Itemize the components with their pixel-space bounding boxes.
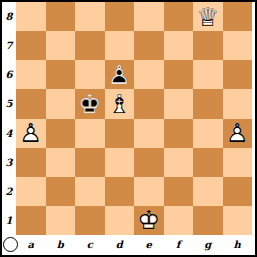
square-c3[interactable] bbox=[75, 148, 105, 177]
chess-board[interactable]: ♛♕♟♙♚♔♝♗♟♙♟♙♚♔ bbox=[16, 2, 252, 235]
square-h5[interactable] bbox=[223, 89, 253, 118]
square-f1[interactable] bbox=[164, 206, 194, 235]
square-d6[interactable]: ♟♙ bbox=[105, 60, 135, 89]
file-label-b: b bbox=[46, 235, 76, 254]
square-h2[interactable] bbox=[223, 177, 253, 206]
square-b3[interactable] bbox=[46, 148, 76, 177]
file-label-a: a bbox=[16, 235, 46, 254]
square-d5[interactable]: ♝♗ bbox=[105, 89, 135, 118]
white-to-move-indicator bbox=[3, 237, 18, 252]
square-b6[interactable] bbox=[46, 60, 76, 89]
square-b8[interactable] bbox=[46, 2, 76, 31]
square-g3[interactable] bbox=[193, 148, 223, 177]
file-label-h: h bbox=[223, 235, 253, 254]
square-b7[interactable] bbox=[46, 31, 76, 60]
square-e4[interactable] bbox=[134, 119, 164, 148]
square-a7[interactable] bbox=[16, 31, 46, 60]
square-f5[interactable] bbox=[164, 89, 194, 118]
file-labels: abcdefgh bbox=[16, 235, 252, 254]
file-label-f: f bbox=[164, 235, 194, 254]
square-e1[interactable]: ♚♔ bbox=[134, 206, 164, 235]
square-e2[interactable] bbox=[134, 177, 164, 206]
white-king-e1[interactable]: ♚♔ bbox=[135, 206, 163, 234]
square-f3[interactable] bbox=[164, 148, 194, 177]
square-e5[interactable] bbox=[134, 89, 164, 118]
square-f4[interactable] bbox=[164, 119, 194, 148]
square-b2[interactable] bbox=[46, 177, 76, 206]
square-c1[interactable] bbox=[75, 206, 105, 235]
rank-label-2: 2 bbox=[2, 177, 16, 206]
square-c8[interactable] bbox=[75, 2, 105, 31]
file-label-d: d bbox=[105, 235, 135, 254]
square-c7[interactable] bbox=[75, 31, 105, 60]
rank-labels: 87654321 bbox=[2, 2, 16, 235]
white-queen-g8[interactable]: ♛♕ bbox=[194, 3, 222, 31]
square-g5[interactable] bbox=[193, 89, 223, 118]
square-a1[interactable] bbox=[16, 206, 46, 235]
square-a3[interactable] bbox=[16, 148, 46, 177]
square-e3[interactable] bbox=[134, 148, 164, 177]
square-h1[interactable] bbox=[223, 206, 253, 235]
square-g1[interactable] bbox=[193, 206, 223, 235]
chess-diagram: 87654321 ♛♕♟♙♚♔♝♗♟♙♟♙♚♔ abcdefgh bbox=[0, 0, 257, 257]
file-label-c: c bbox=[75, 235, 105, 254]
square-e8[interactable] bbox=[134, 2, 164, 31]
square-e6[interactable] bbox=[134, 60, 164, 89]
square-f8[interactable] bbox=[164, 2, 194, 31]
white-pawn-h4[interactable]: ♟♙ bbox=[223, 119, 251, 147]
rank-label-7: 7 bbox=[2, 31, 16, 60]
square-g6[interactable] bbox=[193, 60, 223, 89]
file-label-g: g bbox=[193, 235, 223, 254]
black-king-c5[interactable]: ♚♔ bbox=[76, 90, 104, 118]
white-bishop-d5[interactable]: ♝♗ bbox=[105, 90, 133, 118]
rank-label-3: 3 bbox=[2, 148, 16, 177]
square-a8[interactable] bbox=[16, 2, 46, 31]
square-d4[interactable] bbox=[105, 119, 135, 148]
square-d7[interactable] bbox=[105, 31, 135, 60]
square-a5[interactable] bbox=[16, 89, 46, 118]
square-b1[interactable] bbox=[46, 206, 76, 235]
square-e7[interactable] bbox=[134, 31, 164, 60]
square-h7[interactable] bbox=[223, 31, 253, 60]
square-a2[interactable] bbox=[16, 177, 46, 206]
square-g8[interactable]: ♛♕ bbox=[193, 2, 223, 31]
black-pawn-d6[interactable]: ♟♙ bbox=[105, 61, 133, 89]
square-c5[interactable]: ♚♔ bbox=[75, 89, 105, 118]
square-c4[interactable] bbox=[75, 119, 105, 148]
square-d2[interactable] bbox=[105, 177, 135, 206]
rank-label-1: 1 bbox=[2, 206, 16, 235]
rank-label-5: 5 bbox=[2, 89, 16, 118]
square-c6[interactable] bbox=[75, 60, 105, 89]
square-h4[interactable]: ♟♙ bbox=[223, 119, 253, 148]
square-b4[interactable] bbox=[46, 119, 76, 148]
white-pawn-a4[interactable]: ♟♙ bbox=[17, 119, 45, 147]
rank-label-4: 4 bbox=[2, 119, 16, 148]
square-c2[interactable] bbox=[75, 177, 105, 206]
square-g4[interactable] bbox=[193, 119, 223, 148]
square-h8[interactable] bbox=[223, 2, 253, 31]
square-d8[interactable] bbox=[105, 2, 135, 31]
square-f2[interactable] bbox=[164, 177, 194, 206]
square-f6[interactable] bbox=[164, 60, 194, 89]
square-b5[interactable] bbox=[46, 89, 76, 118]
square-h3[interactable] bbox=[223, 148, 253, 177]
file-label-e: e bbox=[134, 235, 164, 254]
square-f7[interactable] bbox=[164, 31, 194, 60]
rank-label-6: 6 bbox=[2, 60, 16, 89]
square-a6[interactable] bbox=[16, 60, 46, 89]
square-d1[interactable] bbox=[105, 206, 135, 235]
square-h6[interactable] bbox=[223, 60, 253, 89]
square-d3[interactable] bbox=[105, 148, 135, 177]
square-g2[interactable] bbox=[193, 177, 223, 206]
square-a4[interactable]: ♟♙ bbox=[16, 119, 46, 148]
square-g7[interactable] bbox=[193, 31, 223, 60]
rank-label-8: 8 bbox=[2, 2, 16, 31]
